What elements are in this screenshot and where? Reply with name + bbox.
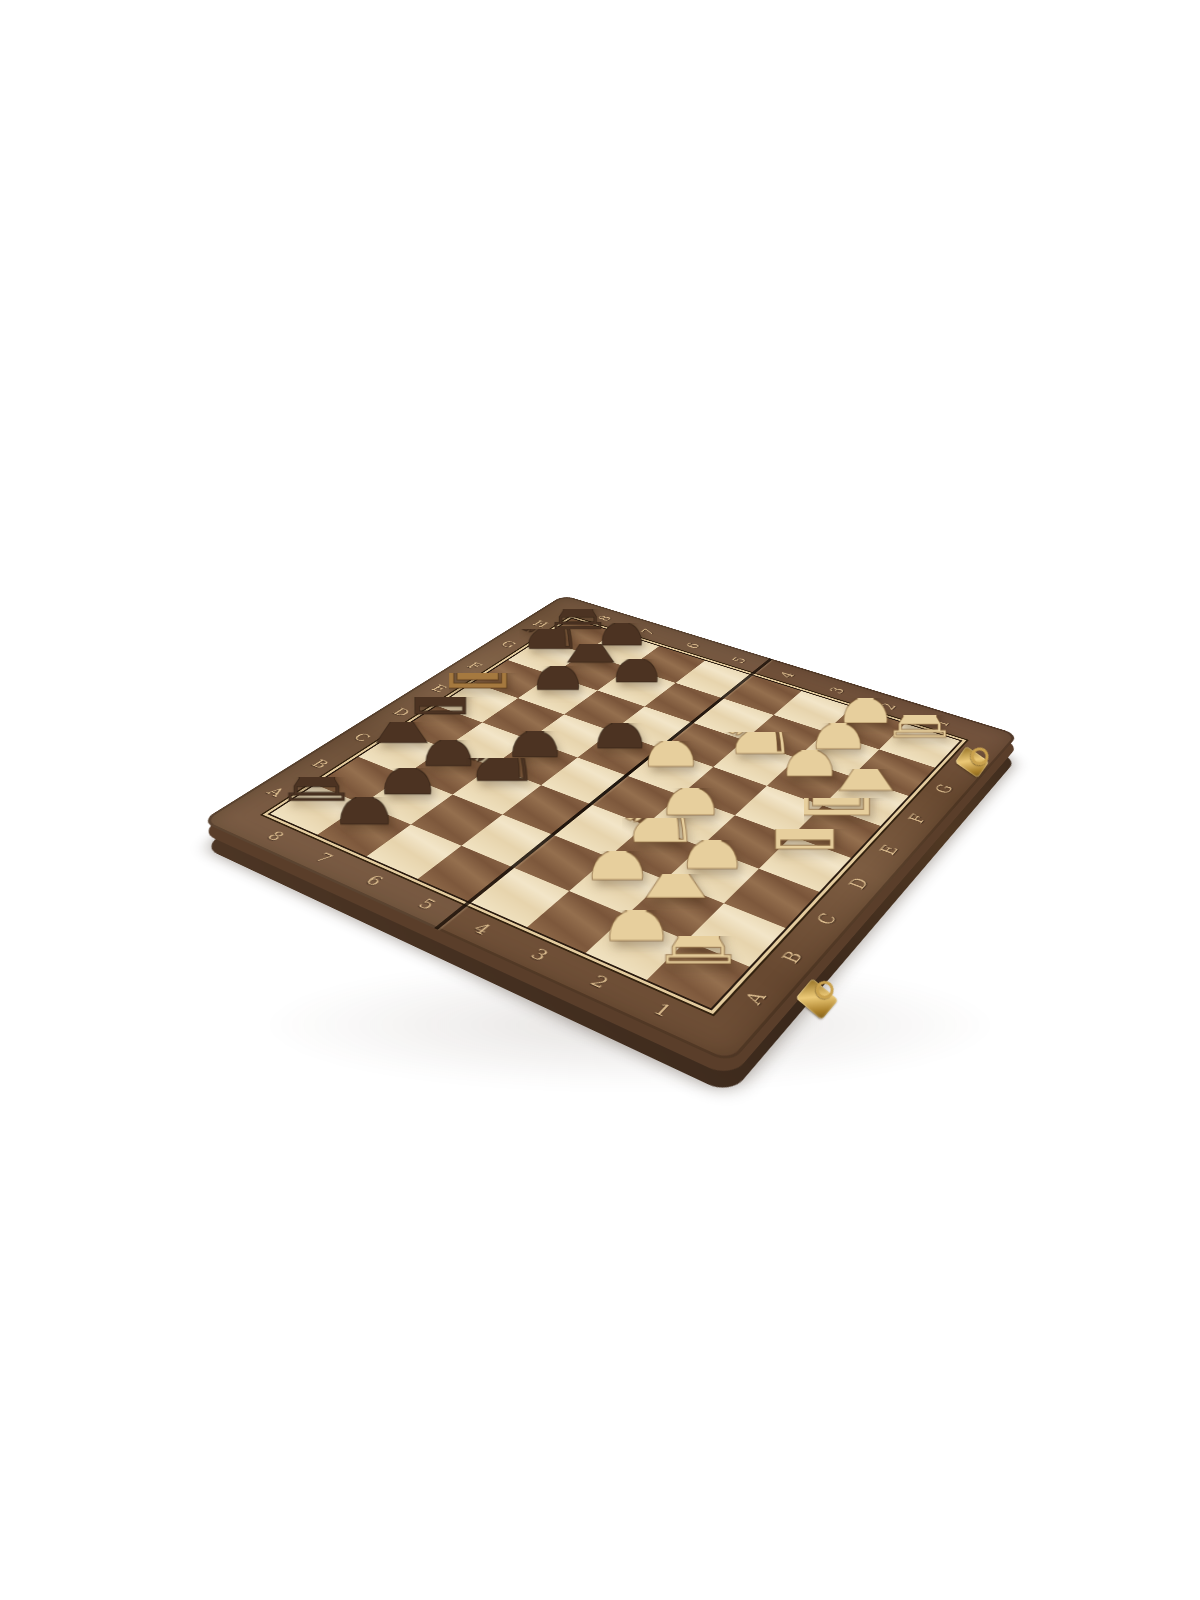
black-knight-icon: ♞ — [450, 691, 545, 796]
piece-white-rook-a1: ♜ — [661, 936, 736, 1011]
black-pawn-icon: ♟ — [328, 757, 400, 837]
photo-stage: AABBCCDDEEFFGGHH1122334455667788 ♜♝♛♚♞♜♟… — [0, 0, 1200, 1600]
piece-black-knight-c6: ♞ — [466, 758, 529, 821]
white-queen-icon: ♛ — [743, 731, 868, 870]
piece-black-pawn-a7: ♟ — [332, 797, 397, 862]
white-rook-icon: ♜ — [647, 866, 750, 981]
piece-white-queen-d1: ♛ — [771, 829, 839, 897]
